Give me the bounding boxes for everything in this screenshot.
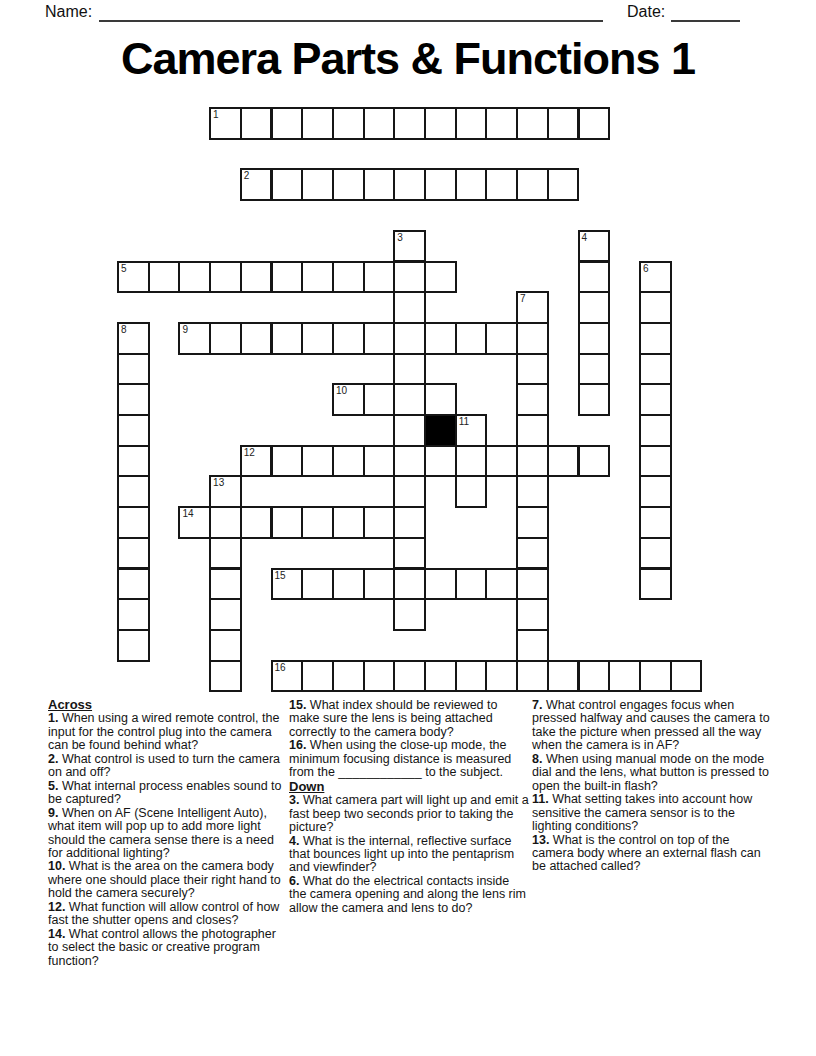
crossword-cell[interactable]: 5 (117, 261, 150, 294)
crossword-cell[interactable] (117, 568, 150, 601)
crossword-cell[interactable] (117, 383, 150, 416)
crossword-cell[interactable] (455, 568, 488, 601)
crossword-cell[interactable] (424, 168, 457, 201)
crossword-cell[interactable] (271, 506, 304, 539)
crossword-cell[interactable] (578, 353, 611, 386)
crossword-cell[interactable] (516, 629, 549, 662)
crossword-cell[interactable] (117, 475, 150, 508)
clues-heading-down: Down (289, 779, 324, 794)
clues-heading-across: Across (48, 697, 92, 712)
crossword-cell[interactable] (547, 660, 580, 693)
crossword-cell[interactable] (485, 322, 518, 355)
crossword-cell[interactable]: 14 (178, 506, 211, 539)
crossword-cell[interactable] (271, 445, 304, 478)
crossword-cell[interactable] (516, 445, 549, 478)
crossword-cell[interactable] (578, 322, 611, 355)
crossword-cell[interactable] (516, 537, 549, 570)
crossword-cell[interactable] (424, 445, 457, 478)
crossword-cell[interactable] (455, 445, 488, 478)
clue-item: 12. What function will allow control of … (48, 901, 286, 928)
crossword-cell[interactable] (363, 568, 396, 601)
crossword-cell[interactable] (393, 445, 426, 478)
clue-item: 3. What camera part will light up and em… (289, 794, 530, 834)
crossword-cell[interactable]: 10 (332, 383, 365, 416)
crossword-cell[interactable] (117, 445, 150, 478)
crossword-cell[interactable] (363, 322, 396, 355)
crossword-cell[interactable] (240, 322, 273, 355)
crossword-cell[interactable]: 3 (393, 230, 426, 263)
crossword-cell[interactable] (209, 506, 242, 539)
clue-text: What is the area on the camera body wher… (48, 859, 281, 900)
crossword-cell[interactable]: 1 (209, 107, 242, 140)
crossword-cell[interactable] (117, 629, 150, 662)
clue-number: 2. (48, 752, 62, 766)
crossword-cell[interactable] (639, 660, 672, 693)
crossword-cell[interactable] (332, 568, 365, 601)
crossword-cell[interactable] (639, 353, 672, 386)
cell-number: 4 (582, 232, 588, 243)
clue-item: 14. What control allows the photographer… (48, 928, 286, 968)
crossword-cell[interactable] (639, 414, 672, 447)
crossword-cell[interactable] (209, 261, 242, 294)
crossword-cell[interactable] (639, 291, 672, 324)
crossword-cell[interactable] (301, 445, 334, 478)
crossword-cell[interactable] (209, 568, 242, 601)
clue-number: 5. (48, 779, 62, 793)
crossword-cell[interactable] (209, 322, 242, 355)
crossword-cell[interactable] (363, 506, 396, 539)
crossword-cell[interactable] (455, 168, 488, 201)
cell-number: 5 (121, 263, 127, 274)
crossword-cell[interactable] (271, 107, 304, 140)
cell-number: 2 (244, 170, 250, 181)
crossword-cell[interactable] (209, 598, 242, 631)
cell-number: 8 (121, 324, 127, 335)
clues-heading-row: Down (289, 780, 530, 794)
clue-item: 2. What control is used to turn the came… (48, 753, 286, 780)
crossword-cell[interactable]: 2 (240, 168, 273, 201)
cell-number: 12 (244, 447, 255, 458)
crossword-cell[interactable] (301, 506, 334, 539)
cell-number: 11 (459, 416, 469, 427)
cell-number: 13 (213, 477, 224, 488)
clue-text: When using manual mode on the mode dial … (532, 752, 769, 793)
crossword-cell[interactable] (301, 568, 334, 601)
clue-number: 6. (289, 874, 303, 888)
clue-item: 16. When using the close-up mode, the mi… (289, 739, 530, 779)
crossword-cell[interactable] (516, 506, 549, 539)
clue-text: What function will allow control of how … (48, 900, 279, 927)
clue-item: 1. When using a wired remote control, th… (48, 712, 286, 752)
clue-number: 15. (289, 698, 310, 712)
crossword-cell[interactable] (271, 322, 304, 355)
crossword-cell[interactable] (639, 322, 672, 355)
crossword-cell[interactable] (240, 107, 273, 140)
crossword-cell[interactable] (332, 168, 365, 201)
clue-text: What index should be reviewed to make su… (289, 698, 497, 739)
crossword-cell[interactable] (485, 445, 518, 478)
crossword-cell[interactable] (516, 475, 549, 508)
clue-text: When on AF (Scene Intelligent Auto), wha… (48, 806, 274, 860)
crossword-cell[interactable] (516, 414, 549, 447)
crossword-cell[interactable] (117, 537, 150, 570)
clue-text: What control is used to turn the camera … (48, 752, 280, 779)
cell-number: 6 (643, 263, 649, 274)
crossword-cell[interactable] (455, 660, 488, 693)
crossword-cell[interactable] (547, 107, 580, 140)
crossword-cell[interactable] (639, 568, 672, 601)
crossword-cell[interactable] (271, 261, 304, 294)
crossword-cell[interactable] (301, 322, 334, 355)
crossword-cell[interactable] (332, 445, 365, 478)
crossword-cell[interactable] (117, 598, 150, 631)
clue-text: What is the control on top of the camera… (532, 833, 761, 874)
crossword-cell[interactable] (148, 261, 181, 294)
crossword-cell[interactable] (209, 660, 242, 693)
crossword-cell[interactable] (393, 322, 426, 355)
clue-number: 1. (48, 711, 62, 725)
crossword-cell[interactable] (301, 261, 334, 294)
crossword-cell[interactable] (639, 537, 672, 570)
clue-text: What internal process enables sound to b… (48, 779, 281, 806)
crossword-cell[interactable] (363, 445, 396, 478)
clue-number: 10. (48, 859, 69, 873)
crossword-cell[interactable]: 9 (178, 322, 211, 355)
crossword-cell[interactable] (578, 261, 611, 294)
crossword-cell[interactable] (332, 660, 365, 693)
crossword-cell[interactable] (393, 261, 426, 294)
crossword-cell[interactable]: 6 (639, 261, 672, 294)
crossword-cell[interactable] (393, 475, 426, 508)
crossword-cell[interactable] (485, 568, 518, 601)
crossword-cell[interactable] (393, 598, 426, 631)
clue-text: What control allows the photographer to … (48, 927, 276, 968)
crossword-cell[interactable] (178, 261, 211, 294)
crossword-cell[interactable] (301, 168, 334, 201)
crossword-cell[interactable] (516, 660, 549, 693)
crossword-cell[interactable] (516, 598, 549, 631)
clue-item: 10. What is the area on the camera body … (48, 860, 286, 900)
crossword-cell[interactable] (332, 261, 365, 294)
crossword-cell[interactable]: 4 (578, 230, 611, 263)
crossword-cell[interactable] (578, 107, 611, 140)
crossword-cell[interactable] (117, 506, 150, 539)
crossword-cell[interactable] (117, 414, 150, 447)
crossword-cell[interactable] (516, 322, 549, 355)
crossword-cell[interactable] (516, 168, 549, 201)
crossword-cell[interactable] (578, 291, 611, 324)
crossword-cell[interactable] (639, 383, 672, 416)
crossword-cell[interactable] (424, 660, 457, 693)
crossword-cell[interactable] (393, 168, 426, 201)
cell-number: 7 (520, 293, 526, 304)
cell-number: 15 (275, 570, 286, 581)
crossword-cell[interactable] (393, 414, 426, 447)
crossword-cell[interactable] (363, 383, 396, 416)
crossword-cell[interactable] (363, 168, 396, 201)
crossword-cell[interactable] (393, 107, 426, 140)
clue-item: 8. When using manual mode on the mode di… (532, 753, 770, 793)
crossword-cell[interactable]: 11 (455, 414, 488, 447)
clue-text: What setting takes into account how sens… (532, 792, 752, 833)
cell-number: 9 (182, 324, 188, 335)
clue-number: 16. (289, 738, 310, 752)
crossword-cell[interactable]: 12 (240, 445, 273, 478)
clue-column: Across1. When using a wired remote contr… (48, 698, 286, 968)
crossword-cell[interactable] (547, 168, 580, 201)
clue-number: 3. (289, 793, 303, 807)
cell-number: 1 (213, 109, 219, 120)
clue-text: What do the electrical contacts inside t… (289, 874, 526, 915)
clue-number: 8. (532, 752, 546, 766)
clues-heading-row: Across (48, 698, 286, 712)
clue-number: 14. (48, 927, 69, 941)
cell-number: 14 (182, 508, 193, 519)
crossword-cell[interactable] (209, 629, 242, 662)
crossword-cell[interactable] (516, 107, 549, 140)
crossword-cell[interactable] (393, 568, 426, 601)
crossword-cell[interactable] (393, 291, 426, 324)
clue-text: When using the close-up mode, the minimu… (289, 738, 511, 779)
black-cell (424, 414, 457, 447)
cell-number: 16 (275, 662, 286, 673)
clue-item: 13. What is the control on top of the ca… (532, 834, 770, 874)
crossword-cell[interactable]: 13 (209, 475, 242, 508)
crossword-cell[interactable]: 15 (271, 568, 304, 601)
crossword-worksheet-page: { "game": "crossword", "header": { "name… (0, 0, 816, 1056)
crossword-cell[interactable] (578, 445, 611, 478)
clue-item: 11. What setting takes into account how … (532, 793, 770, 833)
clue-column: 7. What control engages focus when press… (532, 699, 770, 874)
crossword-cell[interactable] (363, 660, 396, 693)
clue-text: When using a wired remote control, the i… (48, 711, 279, 752)
crossword-cell[interactable] (301, 660, 334, 693)
crossword-cell[interactable] (485, 660, 518, 693)
crossword-cell[interactable] (424, 383, 457, 416)
crossword-cell[interactable] (271, 168, 304, 201)
crossword-cell[interactable] (455, 107, 488, 140)
cell-number: 3 (397, 232, 403, 243)
crossword-cell[interactable] (516, 353, 549, 386)
crossword-cell[interactable] (424, 322, 457, 355)
crossword-cell[interactable] (455, 322, 488, 355)
clue-item: 15. What index should be reviewed to mak… (289, 699, 530, 739)
clue-number: 12. (48, 900, 69, 914)
crossword-cell[interactable] (424, 107, 457, 140)
clue-number: 13. (532, 833, 553, 847)
crossword-cell[interactable] (117, 353, 150, 386)
crossword-cell[interactable] (670, 660, 703, 693)
clue-item: 5. What internal process enables sound t… (48, 780, 286, 807)
crossword-cell[interactable] (516, 568, 549, 601)
crossword-cell[interactable] (578, 660, 611, 693)
clue-item: 4. What is the internal, reflective surf… (289, 835, 530, 875)
crossword-cell[interactable] (393, 537, 426, 570)
crossword-cell[interactable] (393, 353, 426, 386)
crossword-cell[interactable]: 8 (117, 322, 150, 355)
crossword-cell[interactable] (424, 261, 457, 294)
clue-number: 11. (532, 792, 552, 806)
crossword-cell[interactable]: 7 (516, 291, 549, 324)
clue-number: 4. (289, 834, 303, 848)
crossword-cell[interactable] (639, 506, 672, 539)
crossword-cell[interactable] (363, 261, 396, 294)
crossword-cell[interactable] (578, 383, 611, 416)
clue-number: 9. (48, 806, 62, 820)
cell-number: 10 (336, 385, 347, 396)
crossword-cell[interactable] (393, 660, 426, 693)
clue-text: What control engages focus when pressed … (532, 698, 770, 752)
crossword-cell[interactable] (639, 475, 672, 508)
crossword-cell[interactable] (332, 107, 365, 140)
crossword-cell[interactable] (240, 506, 273, 539)
crossword-cell[interactable]: 16 (271, 660, 304, 693)
crossword-cell[interactable] (209, 537, 242, 570)
crossword-cell[interactable] (332, 322, 365, 355)
crossword-cell[interactable] (516, 383, 549, 416)
clue-item: 7. What control engages focus when press… (532, 699, 770, 753)
crossword-cell[interactable] (363, 107, 396, 140)
crossword-cell[interactable] (485, 107, 518, 140)
crossword-cell[interactable] (639, 445, 672, 478)
crossword-cell[interactable] (393, 506, 426, 539)
crossword-cell[interactable] (608, 660, 641, 693)
clue-column: 15. What index should be reviewed to mak… (289, 699, 530, 915)
crossword-cell[interactable] (485, 168, 518, 201)
crossword-cell[interactable] (240, 261, 273, 294)
clue-text: What camera part will light up and emit … (289, 793, 529, 834)
crossword-cell[interactable] (547, 445, 580, 478)
clue-number: 7. (532, 698, 546, 712)
clue-item: 6. What do the electrical contacts insid… (289, 875, 530, 915)
crossword-cell[interactable] (301, 107, 334, 140)
crossword-cell[interactable] (424, 568, 457, 601)
clue-item: 9. When on AF (Scene Intelligent Auto), … (48, 807, 286, 861)
crossword-cell[interactable] (455, 475, 488, 508)
crossword-cell[interactable] (332, 506, 365, 539)
clue-text: What is the internal, reflective surface… (289, 834, 514, 875)
crossword-cell[interactable] (393, 383, 426, 416)
